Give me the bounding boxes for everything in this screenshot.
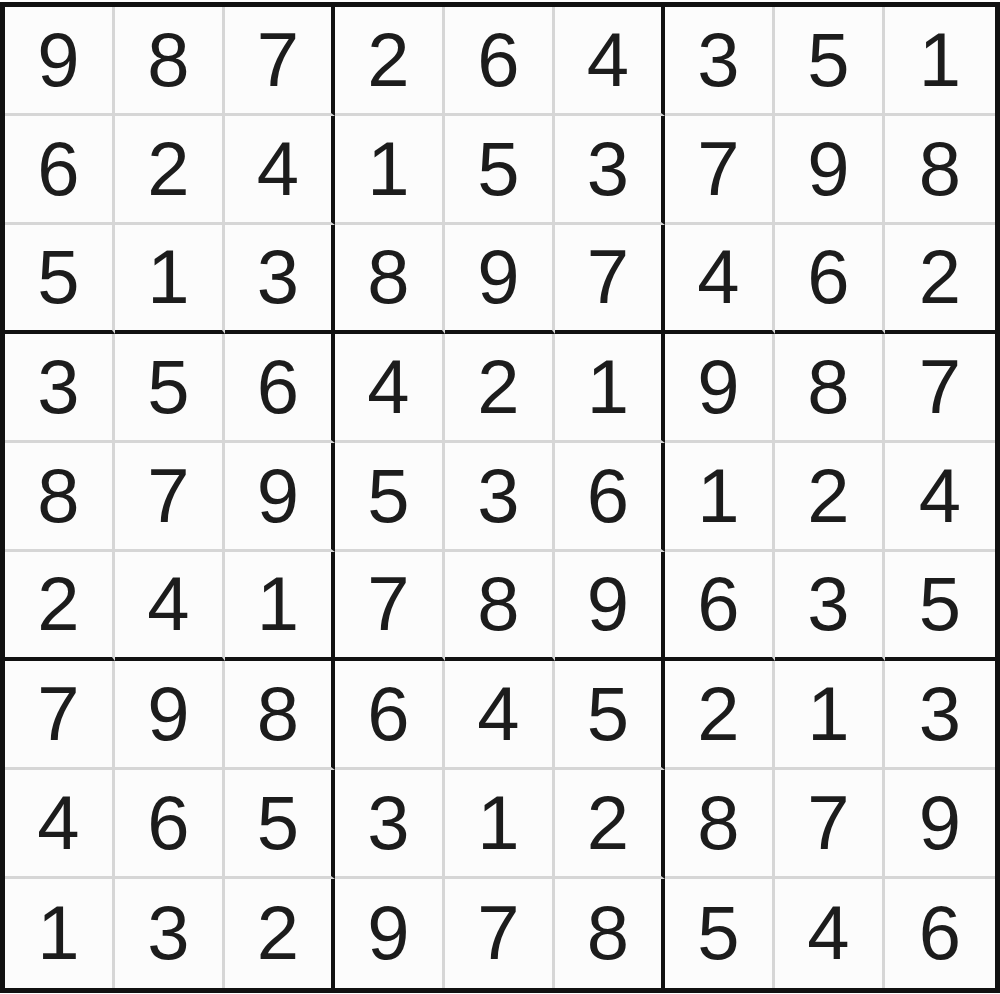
cell-r6c1[interactable]: 2 xyxy=(5,552,115,661)
cell-r6c2[interactable]: 4 xyxy=(115,552,225,661)
cell-r2c1[interactable]: 6 xyxy=(5,116,115,225)
cell-r9c5[interactable]: 7 xyxy=(445,879,555,988)
cell-r6c8[interactable]: 3 xyxy=(775,552,885,661)
cell-r1c9[interactable]: 1 xyxy=(885,7,995,116)
cell-r9c6[interactable]: 8 xyxy=(555,879,665,988)
cell-r4c7[interactable]: 9 xyxy=(665,334,775,443)
cell-r8c3[interactable]: 5 xyxy=(225,770,335,879)
cell-r7c6[interactable]: 5 xyxy=(555,661,665,770)
cell-r1c2[interactable]: 8 xyxy=(115,7,225,116)
cell-r8c9[interactable]: 9 xyxy=(885,770,995,879)
cell-r4c3[interactable]: 6 xyxy=(225,334,335,443)
cell-r6c9[interactable]: 5 xyxy=(885,552,995,661)
cell-r1c3[interactable]: 7 xyxy=(225,7,335,116)
cell-r9c2[interactable]: 3 xyxy=(115,879,225,988)
cell-r8c5[interactable]: 1 xyxy=(445,770,555,879)
cell-r3c3[interactable]: 3 xyxy=(225,225,335,334)
cell-r1c7[interactable]: 3 xyxy=(665,7,775,116)
cell-r8c4[interactable]: 3 xyxy=(335,770,445,879)
cell-r3c1[interactable]: 5 xyxy=(5,225,115,334)
cell-r1c1[interactable]: 9 xyxy=(5,7,115,116)
cell-r1c6[interactable]: 4 xyxy=(555,7,665,116)
cell-r5c5[interactable]: 3 xyxy=(445,443,555,552)
cell-r1c4[interactable]: 2 xyxy=(335,7,445,116)
cell-r5c2[interactable]: 7 xyxy=(115,443,225,552)
cell-r3c9[interactable]: 2 xyxy=(885,225,995,334)
cell-r9c9[interactable]: 6 xyxy=(885,879,995,988)
cell-r4c4[interactable]: 4 xyxy=(335,334,445,443)
cell-r7c3[interactable]: 8 xyxy=(225,661,335,770)
cell-r4c9[interactable]: 7 xyxy=(885,334,995,443)
cell-r3c4[interactable]: 8 xyxy=(335,225,445,334)
cell-r8c7[interactable]: 8 xyxy=(665,770,775,879)
cell-r4c5[interactable]: 2 xyxy=(445,334,555,443)
cell-r5c7[interactable]: 1 xyxy=(665,443,775,552)
cell-r2c7[interactable]: 7 xyxy=(665,116,775,225)
cell-r7c7[interactable]: 2 xyxy=(665,661,775,770)
cell-r9c3[interactable]: 2 xyxy=(225,879,335,988)
cell-r7c2[interactable]: 9 xyxy=(115,661,225,770)
cell-r7c9[interactable]: 3 xyxy=(885,661,995,770)
cell-r5c8[interactable]: 2 xyxy=(775,443,885,552)
cell-r6c7[interactable]: 6 xyxy=(665,552,775,661)
cell-r3c6[interactable]: 7 xyxy=(555,225,665,334)
cell-r4c8[interactable]: 8 xyxy=(775,334,885,443)
cell-r2c5[interactable]: 5 xyxy=(445,116,555,225)
sudoku-board: 9872643516241537985138974623564219878795… xyxy=(0,2,1000,993)
cell-r4c1[interactable]: 3 xyxy=(5,334,115,443)
cell-r9c8[interactable]: 4 xyxy=(775,879,885,988)
cell-r6c5[interactable]: 8 xyxy=(445,552,555,661)
cell-r5c1[interactable]: 8 xyxy=(5,443,115,552)
cell-r4c6[interactable]: 1 xyxy=(555,334,665,443)
cell-r5c9[interactable]: 4 xyxy=(885,443,995,552)
cell-r6c3[interactable]: 1 xyxy=(225,552,335,661)
sudoku-page: 9872643516241537985138974623564219878795… xyxy=(0,0,1000,994)
cell-r8c2[interactable]: 6 xyxy=(115,770,225,879)
cell-r7c8[interactable]: 1 xyxy=(775,661,885,770)
cell-r7c5[interactable]: 4 xyxy=(445,661,555,770)
cell-r7c4[interactable]: 6 xyxy=(335,661,445,770)
cell-r5c4[interactable]: 5 xyxy=(335,443,445,552)
cell-r2c3[interactable]: 4 xyxy=(225,116,335,225)
cell-r9c4[interactable]: 9 xyxy=(335,879,445,988)
cell-r3c7[interactable]: 4 xyxy=(665,225,775,334)
cell-r4c2[interactable]: 5 xyxy=(115,334,225,443)
cell-r8c1[interactable]: 4 xyxy=(5,770,115,879)
cell-r2c2[interactable]: 2 xyxy=(115,116,225,225)
cell-r1c8[interactable]: 5 xyxy=(775,7,885,116)
cell-r1c5[interactable]: 6 xyxy=(445,7,555,116)
cell-r2c8[interactable]: 9 xyxy=(775,116,885,225)
cell-r6c6[interactable]: 9 xyxy=(555,552,665,661)
cell-r2c9[interactable]: 8 xyxy=(885,116,995,225)
cell-r5c3[interactable]: 9 xyxy=(225,443,335,552)
cell-r3c2[interactable]: 1 xyxy=(115,225,225,334)
cell-r9c7[interactable]: 5 xyxy=(665,879,775,988)
cell-r2c6[interactable]: 3 xyxy=(555,116,665,225)
cell-r7c1[interactable]: 7 xyxy=(5,661,115,770)
cell-r2c4[interactable]: 1 xyxy=(335,116,445,225)
cell-r9c1[interactable]: 1 xyxy=(5,879,115,988)
cell-r8c6[interactable]: 2 xyxy=(555,770,665,879)
cell-r3c5[interactable]: 9 xyxy=(445,225,555,334)
cell-r8c8[interactable]: 7 xyxy=(775,770,885,879)
cell-r3c8[interactable]: 6 xyxy=(775,225,885,334)
cell-r6c4[interactable]: 7 xyxy=(335,552,445,661)
cell-r5c6[interactable]: 6 xyxy=(555,443,665,552)
